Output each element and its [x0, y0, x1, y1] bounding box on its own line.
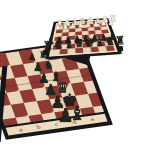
- coord-mark: e: [90, 117, 95, 122]
- white-piece: ♟: [107, 19, 115, 27]
- black-piece: ♝: [69, 104, 86, 123]
- black-piece: ♜: [115, 35, 126, 47]
- chess-set-product-photo: abcde ♜♞♝♛♚♝♞♜ ♟♟♟♟♟♟♟♟ ♟♟♟♟♟♟♟♟ ♜♞♝♛♚♝♞…: [0, 0, 150, 150]
- coord-mark: b: [36, 125, 41, 130]
- coord-mark: a: [18, 127, 23, 132]
